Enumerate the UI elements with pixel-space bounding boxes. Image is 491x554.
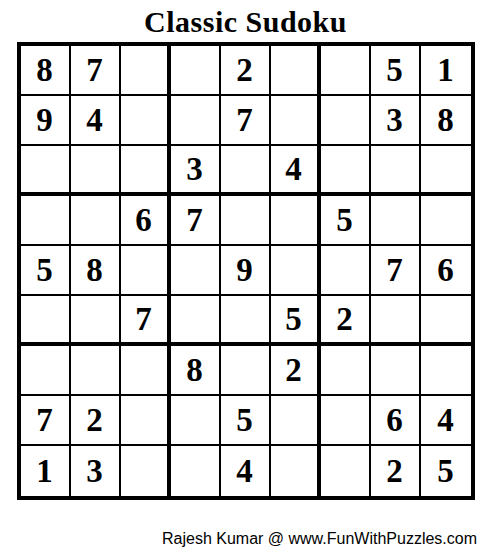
sudoku-cell-r5c2[interactable]: 8: [71, 246, 121, 296]
sudoku-cell-r4c6[interactable]: [271, 196, 321, 246]
sudoku-cell-r7c9[interactable]: [421, 346, 471, 396]
sudoku-cell-r2c6[interactable]: [271, 96, 321, 146]
sudoku-cell-r2c7[interactable]: [321, 96, 371, 146]
sudoku-cell-r7c8[interactable]: [371, 346, 421, 396]
sudoku-cell-r1c3[interactable]: [121, 46, 171, 96]
sudoku-cell-r2c5[interactable]: 7: [221, 96, 271, 146]
sudoku-cell-r7c1[interactable]: [21, 346, 71, 396]
sudoku-cell-r5c5[interactable]: 9: [221, 246, 271, 296]
board-container: 87251947383467558976752827256413425: [0, 42, 491, 500]
sudoku-cell-r8c7[interactable]: [321, 396, 371, 446]
sudoku-cell-r4c2[interactable]: [71, 196, 121, 246]
sudoku-cell-r4c4[interactable]: 7: [171, 196, 221, 246]
sudoku-cell-r9c6[interactable]: [271, 446, 321, 496]
sudoku-cell-r1c1[interactable]: 8: [21, 46, 71, 96]
sudoku-cell-r9c1[interactable]: 1: [21, 446, 71, 496]
sudoku-cell-r6c7[interactable]: 2: [321, 296, 371, 346]
sudoku-cell-r1c9[interactable]: 1: [421, 46, 471, 96]
sudoku-cell-r4c1[interactable]: [21, 196, 71, 246]
sudoku-cell-r2c9[interactable]: 8: [421, 96, 471, 146]
sudoku-cell-r5c4[interactable]: [171, 246, 221, 296]
sudoku-cell-r5c3[interactable]: [121, 246, 171, 296]
sudoku-cell-r6c3[interactable]: 7: [121, 296, 171, 346]
sudoku-cell-r3c5[interactable]: [221, 146, 271, 196]
sudoku-cell-r3c2[interactable]: [71, 146, 121, 196]
sudoku-cell-r6c1[interactable]: [21, 296, 71, 346]
sudoku-cell-r9c7[interactable]: [321, 446, 371, 496]
sudoku-cell-r5c1[interactable]: 5: [21, 246, 71, 296]
sudoku-cell-r5c8[interactable]: 7: [371, 246, 421, 296]
sudoku-cell-r1c4[interactable]: [171, 46, 221, 96]
sudoku-cell-r6c2[interactable]: [71, 296, 121, 346]
sudoku-cell-r3c7[interactable]: [321, 146, 371, 196]
sudoku-cell-r7c2[interactable]: [71, 346, 121, 396]
sudoku-cell-r2c2[interactable]: 4: [71, 96, 121, 146]
sudoku-cell-r6c6[interactable]: 5: [271, 296, 321, 346]
sudoku-cell-r3c4[interactable]: 3: [171, 146, 221, 196]
sudoku-cell-r5c7[interactable]: [321, 246, 371, 296]
sudoku-cell-r9c8[interactable]: 2: [371, 446, 421, 496]
sudoku-cell-r4c7[interactable]: 5: [321, 196, 371, 246]
sudoku-cell-r7c3[interactable]: [121, 346, 171, 396]
sudoku-cell-r1c6[interactable]: [271, 46, 321, 96]
sudoku-cell-r6c4[interactable]: [171, 296, 221, 346]
sudoku-cell-r2c4[interactable]: [171, 96, 221, 146]
sudoku-cell-r4c8[interactable]: [371, 196, 421, 246]
sudoku-cell-r6c9[interactable]: [421, 296, 471, 346]
sudoku-cell-r6c8[interactable]: [371, 296, 421, 346]
sudoku-cell-r8c4[interactable]: [171, 396, 221, 446]
sudoku-cell-r7c5[interactable]: [221, 346, 271, 396]
sudoku-cell-r1c2[interactable]: 7: [71, 46, 121, 96]
sudoku-cell-r8c2[interactable]: 2: [71, 396, 121, 446]
sudoku-cell-r2c1[interactable]: 9: [21, 96, 71, 146]
sudoku-cell-r4c5[interactable]: [221, 196, 271, 246]
sudoku-cell-r9c5[interactable]: 4: [221, 446, 271, 496]
sudoku-cell-r9c4[interactable]: [171, 446, 221, 496]
sudoku-cell-r8c6[interactable]: [271, 396, 321, 446]
sudoku-cell-r1c7[interactable]: [321, 46, 371, 96]
sudoku-board: 87251947383467558976752827256413425: [17, 42, 475, 500]
sudoku-cell-r5c9[interactable]: 6: [421, 246, 471, 296]
sudoku-cell-r4c3[interactable]: 6: [121, 196, 171, 246]
sudoku-cell-r8c3[interactable]: [121, 396, 171, 446]
sudoku-cell-r3c8[interactable]: [371, 146, 421, 196]
sudoku-cell-r5c6[interactable]: [271, 246, 321, 296]
sudoku-cell-r7c4[interactable]: 8: [171, 346, 221, 396]
sudoku-cell-r3c9[interactable]: [421, 146, 471, 196]
sudoku-cell-r8c5[interactable]: 5: [221, 396, 271, 446]
sudoku-cell-r2c3[interactable]: [121, 96, 171, 146]
sudoku-cell-r1c5[interactable]: 2: [221, 46, 271, 96]
credit-text: Rajesh Kumar @ www.FunWithPuzzles.com: [162, 530, 477, 548]
page-title: Classic Sudoku: [0, 0, 491, 39]
sudoku-cell-r3c3[interactable]: [121, 146, 171, 196]
sudoku-cell-r1c8[interactable]: 5: [371, 46, 421, 96]
sudoku-cell-r9c2[interactable]: 3: [71, 446, 121, 496]
sudoku-cell-r7c7[interactable]: [321, 346, 371, 396]
sudoku-cell-r4c9[interactable]: [421, 196, 471, 246]
sudoku-cell-r9c9[interactable]: 5: [421, 446, 471, 496]
sudoku-cell-r6c5[interactable]: [221, 296, 271, 346]
sudoku-cell-r8c8[interactable]: 6: [371, 396, 421, 446]
sudoku-cell-r8c1[interactable]: 7: [21, 396, 71, 446]
sudoku-cell-r8c9[interactable]: 4: [421, 396, 471, 446]
sudoku-cell-r2c8[interactable]: 3: [371, 96, 421, 146]
sudoku-cell-r3c1[interactable]: [21, 146, 71, 196]
sudoku-cell-r7c6[interactable]: 2: [271, 346, 321, 396]
sudoku-cell-r3c6[interactable]: 4: [271, 146, 321, 196]
sudoku-cell-r9c3[interactable]: [121, 446, 171, 496]
